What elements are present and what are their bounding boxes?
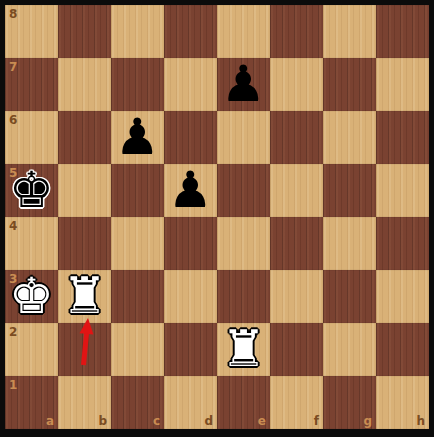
piece-white-rook[interactable]: ♜ [221, 323, 266, 376]
square-c2[interactable] [111, 323, 164, 376]
square-b3[interactable]: ♜ [58, 270, 111, 323]
square-f5[interactable] [270, 164, 323, 217]
square-a1[interactable]: 1a [5, 376, 58, 429]
square-e5[interactable] [217, 164, 270, 217]
square-d7[interactable] [164, 58, 217, 111]
square-d8[interactable] [164, 5, 217, 58]
square-b6[interactable] [58, 111, 111, 164]
square-h2[interactable] [376, 323, 429, 376]
square-h3[interactable] [376, 270, 429, 323]
square-e3[interactable] [217, 270, 270, 323]
piece-white-king[interactable]: ♚ [9, 270, 54, 323]
square-d5[interactable]: ♟ [164, 164, 217, 217]
square-f4[interactable] [270, 217, 323, 270]
square-f1[interactable]: f [270, 376, 323, 429]
square-e7[interactable]: ♟ [217, 58, 270, 111]
square-f3[interactable] [270, 270, 323, 323]
piece-white-rook[interactable]: ♜ [62, 270, 107, 323]
square-e8[interactable] [217, 5, 270, 58]
piece-black-king[interactable]: ♚ [9, 164, 54, 217]
file-label-f: f [314, 414, 319, 428]
chess-board: 87♟6♟5♚♟43♚♜2♜1abcdefgh [5, 5, 429, 429]
square-d2[interactable] [164, 323, 217, 376]
file-label-b: b [98, 414, 107, 428]
square-b8[interactable] [58, 5, 111, 58]
square-g2[interactable] [323, 323, 376, 376]
square-d4[interactable] [164, 217, 217, 270]
square-d6[interactable] [164, 111, 217, 164]
square-c3[interactable] [111, 270, 164, 323]
file-label-e: e [258, 414, 266, 428]
square-h8[interactable] [376, 5, 429, 58]
square-b2[interactable] [58, 323, 111, 376]
square-c1[interactable]: c [111, 376, 164, 429]
rank-label-2: 2 [9, 325, 17, 339]
square-c5[interactable] [111, 164, 164, 217]
square-a8[interactable]: 8 [5, 5, 58, 58]
square-c8[interactable] [111, 5, 164, 58]
piece-black-pawn[interactable]: ♟ [168, 164, 213, 217]
square-c7[interactable] [111, 58, 164, 111]
square-g5[interactable] [323, 164, 376, 217]
square-b1[interactable]: b [58, 376, 111, 429]
file-label-h: h [416, 414, 425, 428]
rank-label-1: 1 [9, 378, 17, 392]
chess-board-frame: 87♟6♟5♚♟43♚♜2♜1abcdefgh [0, 0, 434, 437]
square-b4[interactable] [58, 217, 111, 270]
square-e1[interactable]: e [217, 376, 270, 429]
square-h7[interactable] [376, 58, 429, 111]
square-g7[interactable] [323, 58, 376, 111]
file-label-d: d [204, 414, 213, 428]
file-label-g: g [363, 414, 372, 428]
file-label-a: a [46, 414, 54, 428]
square-e2[interactable]: ♜ [217, 323, 270, 376]
rank-label-4: 4 [9, 219, 17, 233]
square-a3[interactable]: 3♚ [5, 270, 58, 323]
square-c4[interactable] [111, 217, 164, 270]
rank-label-8: 8 [9, 7, 17, 21]
square-e4[interactable] [217, 217, 270, 270]
square-h5[interactable] [376, 164, 429, 217]
square-h1[interactable]: h [376, 376, 429, 429]
square-d1[interactable]: d [164, 376, 217, 429]
square-h4[interactable] [376, 217, 429, 270]
square-g8[interactable] [323, 5, 376, 58]
square-g6[interactable] [323, 111, 376, 164]
square-b7[interactable] [58, 58, 111, 111]
square-f2[interactable] [270, 323, 323, 376]
square-a6[interactable]: 6 [5, 111, 58, 164]
rank-label-6: 6 [9, 113, 17, 127]
square-g4[interactable] [323, 217, 376, 270]
square-a7[interactable]: 7 [5, 58, 58, 111]
square-f7[interactable] [270, 58, 323, 111]
square-f6[interactable] [270, 111, 323, 164]
square-d3[interactable] [164, 270, 217, 323]
square-e6[interactable] [217, 111, 270, 164]
square-f8[interactable] [270, 5, 323, 58]
square-g3[interactable] [323, 270, 376, 323]
square-c6[interactable]: ♟ [111, 111, 164, 164]
file-label-c: c [153, 414, 160, 428]
square-g1[interactable]: g [323, 376, 376, 429]
piece-black-pawn[interactable]: ♟ [221, 58, 266, 111]
rank-label-7: 7 [9, 60, 17, 74]
square-a4[interactable]: 4 [5, 217, 58, 270]
square-h6[interactable] [376, 111, 429, 164]
square-b5[interactable] [58, 164, 111, 217]
square-a5[interactable]: 5♚ [5, 164, 58, 217]
square-a2[interactable]: 2 [5, 323, 58, 376]
piece-black-pawn[interactable]: ♟ [115, 111, 160, 164]
